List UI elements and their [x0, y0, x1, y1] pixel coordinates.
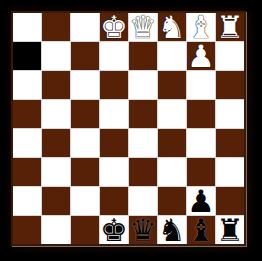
square-d7[interactable] — [100, 42, 128, 70]
square-f1[interactable]: ♞ — [158, 216, 186, 244]
square-d3[interactable] — [100, 158, 128, 186]
square-b2[interactable] — [42, 187, 70, 215]
square-a2[interactable] — [13, 187, 41, 215]
square-f5[interactable] — [158, 100, 186, 128]
square-h6[interactable] — [216, 71, 244, 99]
square-g8[interactable]: ♝ — [187, 13, 215, 41]
piece-black-pawn[interactable]: ♟ — [187, 187, 215, 215]
square-a6[interactable] — [13, 71, 41, 99]
square-g7[interactable]: ♟ — [187, 42, 215, 70]
square-d8[interactable]: ♚ — [100, 13, 128, 41]
square-e8[interactable]: ♛ — [129, 13, 157, 41]
square-a8[interactable] — [13, 13, 41, 41]
square-b1[interactable] — [42, 216, 70, 244]
square-d4[interactable] — [100, 129, 128, 157]
piece-white-bishop[interactable]: ♝ — [187, 13, 215, 41]
square-c1[interactable] — [71, 216, 99, 244]
square-g4[interactable] — [187, 129, 215, 157]
chess-app-screen: ♚♛♞♝♜♟♟♚♛♞♝♜ — [0, 0, 262, 261]
piece-black-rook[interactable]: ♜ — [216, 216, 244, 244]
square-a1[interactable] — [13, 216, 41, 244]
square-c5[interactable] — [71, 100, 99, 128]
square-g2[interactable]: ♟ — [187, 187, 215, 215]
square-c7[interactable] — [71, 42, 99, 70]
square-a5[interactable] — [13, 100, 41, 128]
square-b7[interactable] — [42, 42, 70, 70]
square-c2[interactable] — [71, 187, 99, 215]
square-h7[interactable] — [216, 42, 244, 70]
square-b3[interactable] — [42, 158, 70, 186]
square-a3[interactable] — [13, 158, 41, 186]
square-g6[interactable] — [187, 71, 215, 99]
square-a7[interactable] — [13, 42, 41, 70]
square-h3[interactable] — [216, 158, 244, 186]
square-h4[interactable] — [216, 129, 244, 157]
square-e7[interactable] — [129, 42, 157, 70]
square-e6[interactable] — [129, 71, 157, 99]
square-b6[interactable] — [42, 71, 70, 99]
square-b4[interactable] — [42, 129, 70, 157]
square-b8[interactable] — [42, 13, 70, 41]
square-g5[interactable] — [187, 100, 215, 128]
square-f2[interactable] — [158, 187, 186, 215]
square-e4[interactable] — [129, 129, 157, 157]
square-f8[interactable]: ♞ — [158, 13, 186, 41]
square-a4[interactable] — [13, 129, 41, 157]
square-c8[interactable] — [71, 13, 99, 41]
piece-black-knight[interactable]: ♞ — [158, 216, 186, 244]
square-d2[interactable] — [100, 187, 128, 215]
square-e5[interactable] — [129, 100, 157, 128]
square-f7[interactable] — [158, 42, 186, 70]
piece-white-knight[interactable]: ♞ — [158, 13, 186, 41]
piece-white-pawn[interactable]: ♟ — [187, 42, 215, 70]
square-c6[interactable] — [71, 71, 99, 99]
piece-black-king[interactable]: ♚ — [100, 216, 128, 244]
square-d6[interactable] — [100, 71, 128, 99]
square-e1[interactable]: ♛ — [129, 216, 157, 244]
piece-black-bishop[interactable]: ♝ — [187, 216, 215, 244]
piece-black-queen[interactable]: ♛ — [129, 216, 157, 244]
square-f6[interactable] — [158, 71, 186, 99]
square-d1[interactable]: ♚ — [100, 216, 128, 244]
square-h2[interactable] — [216, 187, 244, 215]
square-f4[interactable] — [158, 129, 186, 157]
square-d5[interactable] — [100, 100, 128, 128]
square-e3[interactable] — [129, 158, 157, 186]
square-f3[interactable] — [158, 158, 186, 186]
square-c3[interactable] — [71, 158, 99, 186]
square-e2[interactable] — [129, 187, 157, 215]
square-g3[interactable] — [187, 158, 215, 186]
piece-white-rook[interactable]: ♜ — [216, 13, 244, 41]
square-c4[interactable] — [71, 129, 99, 157]
square-b5[interactable] — [42, 100, 70, 128]
square-h1[interactable]: ♜ — [216, 216, 244, 244]
piece-white-queen[interactable]: ♛ — [129, 13, 157, 41]
square-h5[interactable] — [216, 100, 244, 128]
square-h8[interactable]: ♜ — [216, 13, 244, 41]
piece-white-king[interactable]: ♚ — [100, 13, 128, 41]
square-g1[interactable]: ♝ — [187, 216, 215, 244]
chess-board: ♚♛♞♝♜♟♟♚♛♞♝♜ — [11, 11, 246, 246]
